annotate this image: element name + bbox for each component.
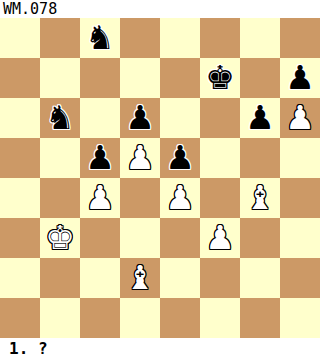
square-h8[interactable]: [280, 18, 320, 58]
square-f1[interactable]: [200, 298, 240, 338]
white-pawn: ♟: [280, 98, 320, 138]
square-c4[interactable]: ♟: [80, 178, 120, 218]
white-bishop: ♝: [240, 178, 280, 218]
square-e8[interactable]: [160, 18, 200, 58]
move-prompt: 1. ?: [0, 338, 320, 360]
square-h3[interactable]: [280, 218, 320, 258]
square-c8[interactable]: ♞: [80, 18, 120, 58]
square-h2[interactable]: [280, 258, 320, 298]
square-e4[interactable]: ♟: [160, 178, 200, 218]
square-b5[interactable]: [40, 138, 80, 178]
square-f8[interactable]: [200, 18, 240, 58]
square-g8[interactable]: [240, 18, 280, 58]
white-pawn: ♟: [80, 178, 120, 218]
square-b8[interactable]: [40, 18, 80, 58]
square-f6[interactable]: [200, 98, 240, 138]
square-c2[interactable]: [80, 258, 120, 298]
square-f5[interactable]: [200, 138, 240, 178]
chess-board: ♞♚♟♞♟♟♟♟♟♟♟♟♝♚♟♝: [0, 18, 320, 338]
black-pawn: ♟: [160, 138, 200, 178]
square-f3[interactable]: ♟: [200, 218, 240, 258]
black-pawn: ♟: [120, 98, 160, 138]
square-h5[interactable]: [280, 138, 320, 178]
square-a7[interactable]: [0, 58, 40, 98]
square-h4[interactable]: [280, 178, 320, 218]
square-d6[interactable]: ♟: [120, 98, 160, 138]
square-g2[interactable]: [240, 258, 280, 298]
square-h1[interactable]: [280, 298, 320, 338]
square-g6[interactable]: ♟: [240, 98, 280, 138]
square-b4[interactable]: [40, 178, 80, 218]
square-c3[interactable]: [80, 218, 120, 258]
black-pawn: ♟: [80, 138, 120, 178]
square-f4[interactable]: [200, 178, 240, 218]
square-a8[interactable]: [0, 18, 40, 58]
square-d2[interactable]: ♝: [120, 258, 160, 298]
square-c7[interactable]: [80, 58, 120, 98]
square-d8[interactable]: [120, 18, 160, 58]
square-a4[interactable]: [0, 178, 40, 218]
square-b7[interactable]: [40, 58, 80, 98]
square-d5[interactable]: ♟: [120, 138, 160, 178]
square-b2[interactable]: [40, 258, 80, 298]
square-c6[interactable]: [80, 98, 120, 138]
square-d4[interactable]: [120, 178, 160, 218]
black-knight: ♞: [40, 98, 80, 138]
puzzle-id-label: WM.078: [0, 0, 320, 18]
black-pawn: ♟: [240, 98, 280, 138]
square-b3[interactable]: ♚: [40, 218, 80, 258]
square-d7[interactable]: [120, 58, 160, 98]
square-f2[interactable]: [200, 258, 240, 298]
square-e2[interactable]: [160, 258, 200, 298]
square-c1[interactable]: [80, 298, 120, 338]
square-c5[interactable]: ♟: [80, 138, 120, 178]
square-h7[interactable]: ♟: [280, 58, 320, 98]
white-pawn: ♟: [200, 218, 240, 258]
square-g3[interactable]: [240, 218, 280, 258]
square-e1[interactable]: [160, 298, 200, 338]
square-a1[interactable]: [0, 298, 40, 338]
square-a3[interactable]: [0, 218, 40, 258]
white-king: ♚: [40, 218, 80, 258]
black-knight: ♞: [80, 18, 120, 58]
square-d1[interactable]: [120, 298, 160, 338]
black-pawn: ♟: [280, 58, 320, 98]
square-g5[interactable]: [240, 138, 280, 178]
square-e7[interactable]: [160, 58, 200, 98]
square-g7[interactable]: [240, 58, 280, 98]
square-d3[interactable]: [120, 218, 160, 258]
square-g4[interactable]: ♝: [240, 178, 280, 218]
chess-puzzle-window: WM.078 ♞♚♟♞♟♟♟♟♟♟♟♟♝♚♟♝ 1. ?: [0, 0, 320, 360]
white-bishop: ♝: [120, 258, 160, 298]
white-pawn: ♟: [120, 138, 160, 178]
square-b1[interactable]: [40, 298, 80, 338]
square-e3[interactable]: [160, 218, 200, 258]
black-king: ♚: [200, 58, 240, 98]
square-b6[interactable]: ♞: [40, 98, 80, 138]
square-a6[interactable]: [0, 98, 40, 138]
square-h6[interactable]: ♟: [280, 98, 320, 138]
square-e5[interactable]: ♟: [160, 138, 200, 178]
square-a2[interactable]: [0, 258, 40, 298]
white-pawn: ♟: [160, 178, 200, 218]
square-g1[interactable]: [240, 298, 280, 338]
square-a5[interactable]: [0, 138, 40, 178]
square-e6[interactable]: [160, 98, 200, 138]
square-f7[interactable]: ♚: [200, 58, 240, 98]
